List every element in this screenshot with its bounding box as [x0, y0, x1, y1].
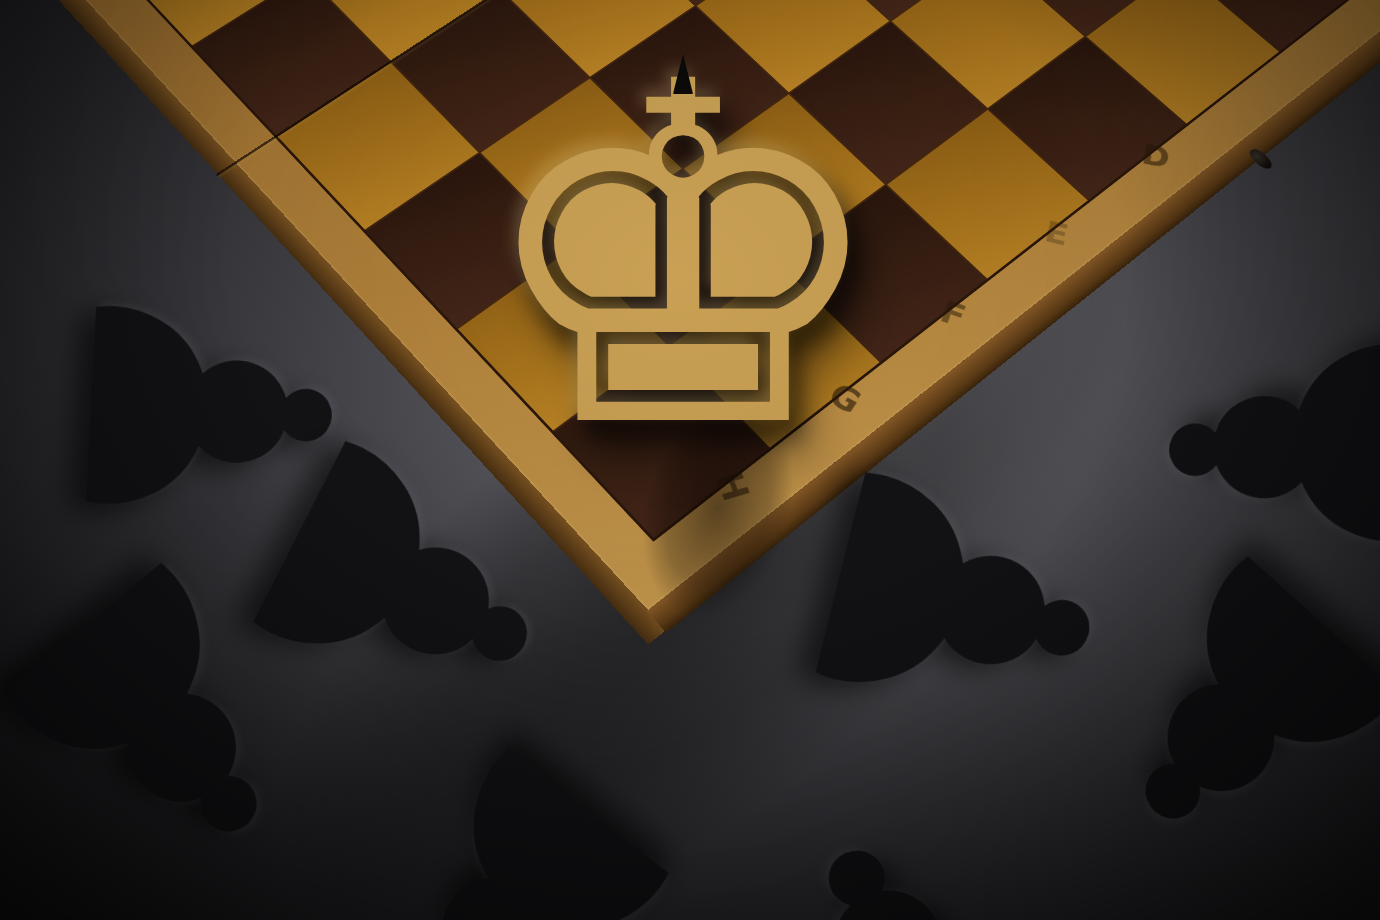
white-king: ♚: [523, 68, 843, 448]
pieces-layer: ♚ ♟♟♟♟♟♟♟♟: [0, 0, 1380, 920]
photo-scene: HGFED ♚ ♟♟♟♟♟♟♟♟: [0, 0, 1380, 920]
white-king-glyph: ♚: [472, 75, 893, 442]
